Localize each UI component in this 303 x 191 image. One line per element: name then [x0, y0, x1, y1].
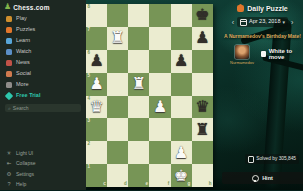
square-f4[interactable]: ♟	[149, 96, 170, 119]
black-queen-h4[interactable]: ♛	[195, 98, 209, 114]
search-input[interactable]: ⌕ Search	[5, 104, 81, 112]
rank-label-7: 7	[88, 28, 91, 33]
book-icon	[248, 156, 255, 163]
diamond-icon	[5, 91, 13, 99]
rank-label-3: 3	[88, 119, 91, 124]
square-h2[interactable]	[192, 141, 213, 164]
square-g4[interactable]	[171, 96, 192, 119]
square-f7[interactable]	[149, 27, 170, 50]
sidebar-item-label: More	[16, 82, 29, 88]
sidebar-item-news[interactable]: News	[0, 57, 86, 68]
square-g5[interactable]	[171, 73, 192, 96]
square-f2[interactable]	[149, 141, 170, 164]
file-label-h: h	[209, 182, 212, 187]
square-c8[interactable]: 8	[86, 4, 107, 27]
pawn-logo-icon: ♟	[4, 3, 11, 11]
square-e3[interactable]	[128, 118, 149, 141]
square-d8[interactable]	[107, 4, 128, 27]
square-e4[interactable]	[128, 96, 149, 119]
square-c5[interactable]: 5♟	[86, 73, 107, 96]
square-d2[interactable]	[107, 141, 128, 164]
sidebar-item-social[interactable]: Social	[0, 68, 86, 79]
rank-label-1: 1	[88, 165, 91, 170]
square-g3[interactable]	[171, 118, 192, 141]
sidebar-footer-help[interactable]: ?Help	[0, 180, 86, 191]
sidebar-footer-light-ui[interactable]: ☀Light UI	[0, 148, 86, 159]
file-label-e: e	[145, 182, 148, 187]
puzzle-subtitle: A Nurmamedov's Birthday Mate!	[222, 33, 303, 39]
square-f1[interactable]: f	[149, 164, 170, 187]
sidebar-item-puzzles[interactable]: Puzzles	[0, 24, 86, 35]
white-pawn-g2[interactable]: ♟	[174, 144, 188, 160]
sidebar-item-label: Watch	[16, 49, 31, 55]
lightbulb-icon	[252, 175, 259, 182]
puzzle-meta-row: Nurmamedov White to move	[222, 45, 303, 65]
square-g7[interactable]	[171, 27, 192, 50]
square-e7[interactable]	[128, 27, 149, 50]
solved-text: Solved by 305,845	[256, 157, 296, 162]
square-h7[interactable]: ♟	[192, 27, 213, 50]
learn-icon	[6, 38, 12, 44]
sidebar-item-label: Social	[16, 71, 31, 77]
white-queen-c4[interactable]: ♛	[89, 98, 103, 114]
social-icon	[6, 71, 12, 77]
sidebar-item-label: Learn	[16, 38, 30, 44]
square-f8[interactable]	[149, 4, 170, 27]
author-box: Nurmamedov	[230, 45, 254, 65]
sidebar-item-label: Play	[16, 16, 27, 22]
to-move-label: White to move	[269, 48, 303, 60]
black-pawn-h7[interactable]: ♟	[195, 30, 209, 46]
news-icon	[6, 60, 12, 66]
square-e2[interactable]	[128, 141, 149, 164]
more-icon	[6, 82, 12, 88]
square-e6[interactable]	[128, 50, 149, 73]
square-c2[interactable]: 2	[86, 141, 107, 164]
chesscom-logo[interactable]: ♟ Chess.com	[0, 0, 86, 13]
sidebar-footer-label: Settings	[16, 172, 34, 177]
black-king-h8[interactable]: ♚	[195, 7, 209, 23]
square-d3[interactable]	[107, 118, 128, 141]
rank-label-2: 2	[88, 142, 91, 147]
side-to-move: White to move	[261, 48, 303, 60]
square-h4[interactable]: ♛	[192, 96, 213, 119]
play-icon	[6, 16, 12, 22]
square-e1[interactable]: e	[128, 164, 149, 187]
square-f5[interactable]	[149, 73, 170, 96]
square-g8[interactable]	[171, 4, 192, 27]
logo-text: Chess.com	[13, 4, 49, 11]
square-g6[interactable]: ♟	[171, 50, 192, 73]
puzzle-date: Apr 23, 2018	[249, 19, 281, 25]
square-c6[interactable]: 6♟	[86, 50, 107, 73]
caret-down-icon: ▾	[282, 20, 285, 25]
search-icon: ⌕	[8, 105, 11, 112]
square-h6[interactable]	[192, 50, 213, 73]
sidebar-footer-label: Collapse	[16, 161, 35, 166]
watch-icon	[6, 49, 12, 55]
sidebar-footer-settings[interactable]: ⚙Settings	[0, 169, 86, 180]
sidebar-item-play[interactable]: Play	[0, 13, 86, 24]
white-square-icon	[261, 51, 266, 57]
panel-header: Daily Puzzle	[222, 5, 303, 12]
sidebar-item-more[interactable]: More	[0, 79, 86, 90]
square-c7[interactable]: 7	[86, 27, 107, 50]
help-icon: ?	[6, 182, 12, 188]
square-h5[interactable]	[192, 73, 213, 96]
white-pawn-f4[interactable]: ♟	[153, 98, 167, 114]
author-name: Nurmamedov	[230, 61, 254, 65]
white-rook-d7[interactable]: ♜	[111, 30, 125, 46]
sidebar-item-learn[interactable]: Learn	[0, 35, 86, 46]
chess-board[interactable]: 8♚7♜♟6♟♟5♟♜4♛♟♛3♜2♟1cdefg♚h	[86, 4, 213, 187]
file-label-d: d	[124, 182, 127, 187]
next-puzzle-chevron[interactable]: ›	[291, 19, 293, 26]
search-placeholder: Search	[13, 105, 29, 111]
free-trial-label: Free Trial	[16, 93, 40, 99]
hint-label: Hint	[262, 175, 273, 181]
black-rook-h3[interactable]: ♜	[195, 121, 209, 137]
white-rook-e5[interactable]: ♜	[132, 76, 146, 92]
collapse-icon: ⇤	[6, 161, 12, 167]
sidebar: ♟ Chess.com PlayPuzzlesLearnWatchNewsSoc…	[0, 0, 86, 190]
square-c4[interactable]: 4♛	[86, 96, 107, 119]
sidebar-item-label: Puzzles	[16, 27, 35, 33]
sidebar-footer-collapse[interactable]: ⇤Collapse	[0, 159, 86, 170]
author-avatar[interactable]	[235, 45, 249, 59]
file-label-f: f	[168, 182, 170, 187]
square-e5[interactable]: ♜	[128, 73, 149, 96]
black-pawn-c6[interactable]: ♟	[89, 53, 103, 69]
settings-icon: ⚙	[6, 172, 12, 178]
calendar-icon	[240, 19, 247, 26]
square-g1[interactable]: g♚	[171, 164, 192, 187]
previous-puzzle-chevron[interactable]: ‹	[232, 19, 234, 26]
square-d6[interactable]	[107, 50, 128, 73]
square-c3[interactable]: 3	[86, 118, 107, 141]
square-d1[interactable]: d	[107, 164, 128, 187]
panel-title: Daily Puzzle	[247, 5, 287, 12]
white-king-g1[interactable]: ♚	[174, 167, 188, 183]
square-e8[interactable]	[128, 4, 149, 27]
white-pawn-c5[interactable]: ♟	[89, 76, 103, 92]
date-picker[interactable]: Apr 23, 2018 ▾	[237, 17, 288, 27]
sidebar-item-free-trial[interactable]: Free Trial	[0, 90, 86, 101]
solved-counter: Solved by 305,845	[245, 154, 299, 164]
daily-puzzle-panel: Daily Puzzle ‹ Apr 23, 2018 ▾ › A Nurmam…	[222, 0, 303, 190]
square-h3[interactable]: ♜	[192, 118, 213, 141]
square-d4[interactable]	[107, 96, 128, 119]
square-h8[interactable]: ♚	[192, 4, 213, 27]
sidebar-footer-label: Light UI	[16, 151, 33, 156]
sidebar-item-label: News	[16, 60, 30, 66]
square-f6[interactable]	[149, 50, 170, 73]
puzzle-piece-icon	[237, 5, 244, 12]
rank-label-8: 8	[88, 5, 91, 10]
square-g2[interactable]: ♟	[171, 141, 192, 164]
square-d5[interactable]	[107, 73, 128, 96]
light-ui-icon: ☀	[6, 151, 12, 157]
sidebar-item-watch[interactable]: Watch	[0, 46, 86, 57]
square-f3[interactable]	[149, 118, 170, 141]
date-navigation: ‹ Apr 23, 2018 ▾ ›	[222, 17, 303, 27]
hint-button[interactable]: Hint	[222, 172, 303, 184]
file-label-c: c	[103, 182, 106, 187]
square-c1[interactable]: 1c	[86, 164, 107, 187]
black-pawn-g6[interactable]: ♟	[174, 53, 188, 69]
square-d7[interactable]: ♜	[107, 27, 128, 50]
square-h1[interactable]: h	[192, 164, 213, 187]
sidebar-footer-label: Help	[16, 182, 26, 187]
puzzles-icon	[6, 27, 12, 33]
